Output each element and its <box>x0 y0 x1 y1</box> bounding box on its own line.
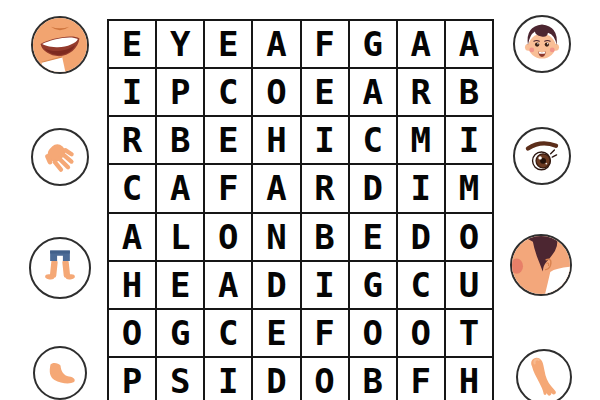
grid-cell-r0c3[interactable]: A <box>253 21 299 67</box>
grid-cell-r7c2[interactable]: I <box>205 358 251 400</box>
grid-cell-r6c7[interactable]: T <box>446 310 492 356</box>
grid-cell-r2c3[interactable]: H <box>253 117 299 163</box>
grid-cell-r6c0[interactable]: O <box>109 310 155 356</box>
grid-cell-r3c3[interactable]: A <box>253 165 299 211</box>
grid-cell-r4c6[interactable]: D <box>398 214 444 260</box>
mouth-icon <box>31 16 89 74</box>
grid-cell-r1c6[interactable]: R <box>398 69 444 115</box>
grid-cell-r4c3[interactable]: N <box>253 214 299 260</box>
grid-cell-r1c2[interactable]: C <box>205 69 251 115</box>
grid-cell-r3c0[interactable]: C <box>109 165 155 211</box>
grid-cell-r0c6[interactable]: A <box>398 21 444 67</box>
grid-cell-r5c5[interactable]: G <box>350 262 396 308</box>
grid-cell-r1c0[interactable]: I <box>109 69 155 115</box>
grid-cell-r5c3[interactable]: D <box>253 262 299 308</box>
grid-cell-r4c1[interactable]: L <box>157 214 203 260</box>
foot-icon <box>33 346 87 400</box>
word-search-page: EYEAFGAAIPCOEARBRBEHICMICAFARDIMALONBEDO… <box>0 0 600 400</box>
grid-cell-r5c0[interactable]: H <box>109 262 155 308</box>
grid-cell-r1c7[interactable]: B <box>446 69 492 115</box>
grid-cell-r7c6[interactable]: F <box>398 358 444 400</box>
grid-cell-r4c4[interactable]: B <box>302 214 348 260</box>
grid-cell-r1c4[interactable]: E <box>302 69 348 115</box>
legs-icon <box>29 237 91 299</box>
grid-cell-r3c6[interactable]: I <box>398 165 444 211</box>
grid-cell-r2c6[interactable]: M <box>398 117 444 163</box>
arm-icon <box>516 349 572 400</box>
eye-icon <box>513 127 571 185</box>
grid-cell-r0c4[interactable]: F <box>302 21 348 67</box>
grid-cell-r1c3[interactable]: O <box>253 69 299 115</box>
grid-cell-r6c2[interactable]: C <box>205 310 251 356</box>
grid-cell-r2c4[interactable]: I <box>302 117 348 163</box>
grid-cell-r3c7[interactable]: M <box>446 165 492 211</box>
grid-cell-r0c7[interactable]: A <box>446 21 492 67</box>
grid-cell-r3c1[interactable]: A <box>157 165 203 211</box>
ear-icon <box>510 234 572 296</box>
grid-cell-r5c2[interactable]: A <box>205 262 251 308</box>
grid-cell-r5c4[interactable]: I <box>302 262 348 308</box>
grid-cell-r4c0[interactable]: A <box>109 214 155 260</box>
word-search-grid: EYEAFGAAIPCOEARBRBEHICMICAFARDIMALONBEDO… <box>107 19 494 400</box>
grid-cell-r2c2[interactable]: E <box>205 117 251 163</box>
grid-cell-r5c6[interactable]: C <box>398 262 444 308</box>
head-icon <box>513 15 571 73</box>
grid-cell-r6c3[interactable]: E <box>253 310 299 356</box>
grid-cell-r2c7[interactable]: I <box>446 117 492 163</box>
grid-cell-r2c0[interactable]: R <box>109 117 155 163</box>
grid-cell-r1c5[interactable]: A <box>350 69 396 115</box>
grid-cell-r4c2[interactable]: O <box>205 214 251 260</box>
grid-cell-r4c7[interactable]: O <box>446 214 492 260</box>
grid-cell-r5c1[interactable]: E <box>157 262 203 308</box>
grid-cell-r0c1[interactable]: Y <box>157 21 203 67</box>
grid-cell-r5c7[interactable]: U <box>446 262 492 308</box>
grid-cell-r4c5[interactable]: E <box>350 214 396 260</box>
grid-cell-r7c1[interactable]: S <box>157 358 203 400</box>
grid-cell-r0c5[interactable]: G <box>350 21 396 67</box>
grid-cell-r7c4[interactable]: O <box>302 358 348 400</box>
hand-icon <box>31 128 89 186</box>
grid-cell-r1c1[interactable]: P <box>157 69 203 115</box>
grid-cell-r2c5[interactable]: C <box>350 117 396 163</box>
grid-cell-r6c5[interactable]: O <box>350 310 396 356</box>
grid-cell-r7c3[interactable]: D <box>253 358 299 400</box>
grid-cell-r6c4[interactable]: F <box>302 310 348 356</box>
grid-cell-r3c2[interactable]: F <box>205 165 251 211</box>
grid-cell-r0c2[interactable]: E <box>205 21 251 67</box>
grid-cell-r0c0[interactable]: E <box>109 21 155 67</box>
grid-cell-r6c6[interactable]: O <box>398 310 444 356</box>
grid-cell-r7c5[interactable]: B <box>350 358 396 400</box>
grid-cell-r2c1[interactable]: B <box>157 117 203 163</box>
grid-cell-r3c4[interactable]: R <box>302 165 348 211</box>
grid-cell-r6c1[interactable]: G <box>157 310 203 356</box>
grid-cell-r7c0[interactable]: P <box>109 358 155 400</box>
grid-cell-r3c5[interactable]: D <box>350 165 396 211</box>
grid-cell-r7c7[interactable]: H <box>446 358 492 400</box>
